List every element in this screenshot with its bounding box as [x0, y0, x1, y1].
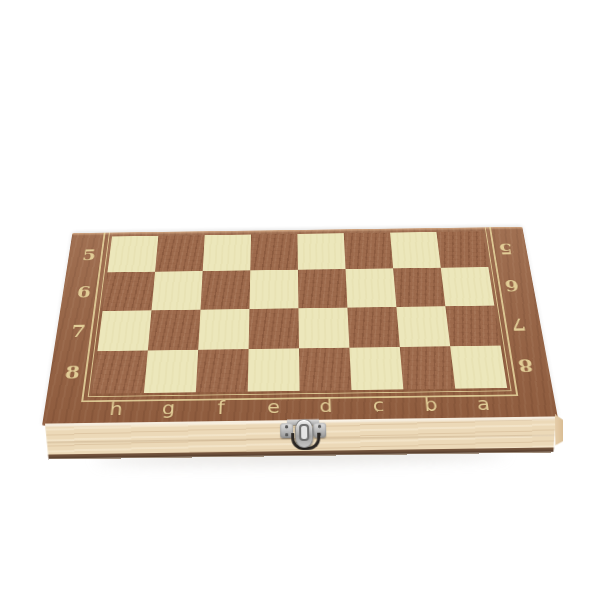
square-f7	[198, 309, 249, 350]
square-a5	[436, 231, 488, 268]
board-perspective-scene: 5678 5678 hgfedcba	[0, 0, 600, 600]
rank-label-7-left: 7	[70, 321, 87, 341]
square-a7	[445, 305, 500, 346]
square-b8	[400, 346, 456, 389]
rank-label-7-right: 7	[510, 315, 528, 335]
square-e6	[249, 270, 298, 309]
square-e8	[248, 348, 300, 391]
square-b6	[393, 268, 445, 307]
square-f6	[201, 271, 251, 310]
square-f8	[196, 349, 249, 392]
square-d6	[298, 269, 347, 308]
rank-label-8-left: 8	[64, 362, 82, 383]
square-g8	[144, 350, 198, 393]
rank-label-8-right: 8	[517, 356, 535, 377]
file-label-d: d	[319, 396, 333, 416]
square-a8	[450, 345, 507, 388]
square-f5	[203, 235, 251, 272]
file-label-g: g	[161, 398, 176, 418]
square-c8	[349, 347, 403, 390]
square-g6	[152, 271, 203, 310]
file-label-b: b	[423, 394, 438, 414]
square-g7	[148, 309, 201, 350]
chess-box: 5678 5678 hgfedcba	[0, 0, 600, 600]
square-h8	[92, 350, 148, 393]
square-c5	[344, 233, 393, 270]
file-label-e: e	[267, 396, 280, 416]
file-label-c: c	[372, 395, 385, 415]
rank-label-5-left: 5	[81, 246, 97, 264]
square-g5	[155, 235, 205, 272]
square-b7	[396, 306, 450, 347]
clasp-latch-icon	[279, 416, 327, 451]
rank-label-6-right: 6	[504, 276, 521, 295]
box-front-side	[45, 416, 556, 459]
file-label-a: a	[476, 394, 492, 414]
square-h6	[103, 272, 155, 311]
chess-board-top: 5678 5678 hgfedcba	[42, 227, 558, 426]
square-d5	[297, 233, 345, 270]
file-label-f: f	[217, 397, 225, 417]
checkered-area	[92, 227, 507, 393]
square-d8	[299, 347, 351, 390]
board-squares	[92, 231, 507, 393]
square-a6	[441, 267, 495, 306]
square-c7	[347, 307, 399, 348]
square-d7	[298, 307, 349, 348]
rank-label-6-left: 6	[76, 282, 93, 301]
clasp-body	[295, 418, 313, 447]
square-b5	[390, 232, 441, 269]
product-photo: 5678 5678 hgfedcba	[0, 0, 600, 600]
square-h7	[97, 310, 151, 351]
square-e7	[249, 308, 299, 349]
square-c6	[346, 269, 397, 308]
square-h5	[107, 236, 158, 273]
square-e5	[250, 234, 298, 271]
file-label-h: h	[109, 399, 124, 419]
rank-label-5-right: 5	[498, 240, 515, 258]
